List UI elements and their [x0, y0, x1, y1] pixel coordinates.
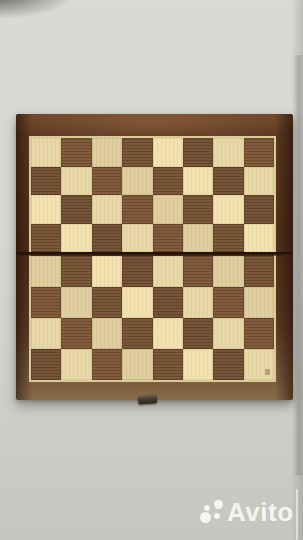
square-g2	[213, 318, 243, 349]
square-a6	[31, 195, 61, 224]
square-h5	[244, 224, 274, 253]
square-c6	[92, 195, 122, 224]
square-d4	[122, 256, 152, 287]
square-f8	[183, 138, 213, 167]
square-b2	[61, 318, 91, 349]
square-c1	[92, 349, 122, 380]
square-h4	[244, 256, 274, 287]
square-b5	[61, 224, 91, 253]
square-h1	[244, 349, 274, 380]
square-d8	[122, 138, 152, 167]
square-c5	[92, 224, 122, 253]
square-e8	[153, 138, 183, 167]
square-b3	[61, 287, 91, 318]
square-b1	[61, 349, 91, 380]
square-a7	[31, 167, 61, 196]
square-f5	[183, 224, 213, 253]
square-f1	[183, 349, 213, 380]
latch-clasp-icon	[138, 394, 158, 404]
square-f7	[183, 167, 213, 196]
square-a2	[31, 318, 61, 349]
square-g4	[213, 256, 243, 287]
avito-logo-icon	[200, 497, 227, 527]
watermark-divider-line	[296, 489, 298, 540]
square-d2	[122, 318, 152, 349]
avito-watermark-text: Avito	[227, 497, 294, 527]
square-e6	[153, 195, 183, 224]
square-c2	[92, 318, 122, 349]
square-g8	[213, 138, 243, 167]
photo-background: Avito	[0, 0, 303, 540]
square-e7	[153, 167, 183, 196]
square-d7	[122, 167, 152, 196]
square-b7	[61, 167, 91, 196]
square-e5	[153, 224, 183, 253]
square-a1	[31, 349, 61, 380]
square-f2	[183, 318, 213, 349]
board-top-half	[31, 138, 274, 252]
square-f3	[183, 287, 213, 318]
square-d1	[122, 349, 152, 380]
square-c8	[92, 138, 122, 167]
square-e2	[153, 318, 183, 349]
square-d6	[122, 195, 152, 224]
square-e3	[153, 287, 183, 318]
square-g7	[213, 167, 243, 196]
square-e4	[153, 256, 183, 287]
avito-watermark: Avito	[200, 497, 294, 527]
square-f4	[183, 256, 213, 287]
square-c3	[92, 287, 122, 318]
playing-area	[29, 136, 276, 382]
chess-board	[16, 114, 293, 400]
square-b4	[61, 256, 91, 287]
square-a5	[31, 224, 61, 253]
square-c7	[92, 167, 122, 196]
square-b6	[61, 195, 91, 224]
square-c4	[92, 256, 122, 287]
square-a3	[31, 287, 61, 318]
square-h6	[244, 195, 274, 224]
square-g1	[213, 349, 243, 380]
square-a8	[31, 138, 61, 167]
square-g3	[213, 287, 243, 318]
square-d5	[122, 224, 152, 253]
square-f6	[183, 195, 213, 224]
square-d3	[122, 287, 152, 318]
square-b8	[61, 138, 91, 167]
board-bottom-half	[31, 256, 274, 380]
square-h2	[244, 318, 274, 349]
hinge-seam	[16, 252, 293, 256]
square-h8	[244, 138, 274, 167]
square-e1	[153, 349, 183, 380]
square-g5	[213, 224, 243, 253]
maker-stamp	[265, 369, 270, 375]
square-h7	[244, 167, 274, 196]
square-a4	[31, 256, 61, 287]
right-edge-shadow	[293, 55, 303, 475]
square-g6	[213, 195, 243, 224]
square-h3	[244, 287, 274, 318]
